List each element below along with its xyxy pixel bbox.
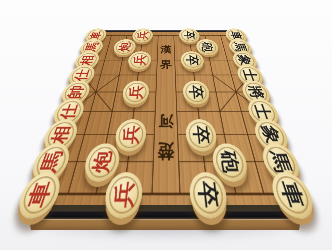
piece-character: 仕 <box>73 69 91 81</box>
piece-character: 馬 <box>233 42 249 51</box>
piece-character: 卒 <box>185 55 199 65</box>
piece-character: 炮 <box>90 151 113 173</box>
piece-character: 卒 <box>191 125 211 144</box>
river-char-1: 漢 <box>157 45 174 54</box>
piece-character: 砲 <box>218 151 241 173</box>
river-char-2: 界 <box>157 59 175 69</box>
piece-character: 士 <box>252 104 274 120</box>
piece-character: 相 <box>79 55 96 65</box>
river-char-3: 河 <box>155 114 178 129</box>
piece-character: 仕 <box>58 104 80 120</box>
piece-character: 象 <box>237 55 254 65</box>
piece-character: 將 <box>246 85 266 99</box>
piece-character: 砲 <box>200 42 214 51</box>
piece-character: 卒 <box>188 85 205 99</box>
piece-character: 車 <box>24 181 54 208</box>
xiangqi-board[interactable]: 漢界河楚 車兵卒車馬炮砲馬相兵卒象仕士帥兵卒將仕士相兵卒象馬炮砲馬車兵卒車 <box>21 30 311 210</box>
xiangqi-scene: 漢界河楚 車兵卒車馬炮砲馬相兵卒象仕士帥兵卒將仕士相兵卒象馬炮砲馬車兵卒車 <box>0 0 332 250</box>
river-char-4: 楚 <box>153 142 178 161</box>
piece-character: 兵 <box>136 31 149 39</box>
piece-character: 車 <box>277 181 307 208</box>
piece-character: 兵 <box>121 125 141 144</box>
piece-character: 卒 <box>183 31 196 39</box>
piece-character: 卒 <box>196 181 220 208</box>
piece-character: 馬 <box>84 42 100 51</box>
piece-character: 兵 <box>112 181 136 208</box>
piece-character: 象 <box>259 125 283 144</box>
piece-character: 帥 <box>66 85 86 99</box>
piece-character: 兵 <box>127 85 144 99</box>
piece-character: 士 <box>241 69 259 81</box>
piece-character: 相 <box>49 125 73 144</box>
piece-character: 炮 <box>118 42 132 51</box>
piece-character: 馬 <box>267 151 294 173</box>
piece-character: 兵 <box>132 55 146 65</box>
piece-character: 馬 <box>38 151 65 173</box>
